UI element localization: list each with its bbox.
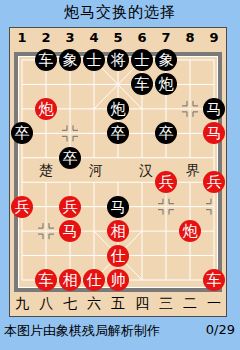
file-number-bottom-7: 三 (154, 295, 178, 313)
piece-black-soldier[interactable]: 卒 (59, 147, 81, 169)
footer-bar: 本图片由象棋残局解析制作 0/29 (0, 322, 240, 342)
file-number-top-1: 1 (10, 30, 34, 45)
river-char-1: 楚 (34, 162, 58, 180)
file-number-bottom-3: 七 (58, 295, 82, 313)
river-char-3: 汉 (134, 162, 158, 180)
file-number-bottom-1: 九 (10, 295, 34, 313)
piece-red-general[interactable]: 帅 (107, 269, 129, 291)
piece-black-elephant[interactable]: 象 (59, 49, 81, 71)
piece-red-soldier[interactable]: 兵 (11, 196, 33, 218)
file-number-top-3: 3 (58, 30, 82, 45)
file-number-top-9: 9 (202, 30, 226, 45)
piece-black-general[interactable]: 将 (107, 49, 129, 71)
page-title: 炮马交换的选择 (0, 3, 240, 22)
file-number-bottom-8: 二 (178, 295, 202, 313)
file-number-top-6: 6 (130, 30, 154, 45)
file-number-top-2: 2 (34, 30, 58, 45)
page-counter: 0/29 (206, 322, 235, 337)
piece-black-elephant[interactable]: 象 (155, 49, 177, 71)
piece-black-horse[interactable]: 马 (203, 98, 225, 120)
file-number-bottom-6: 四 (130, 295, 154, 313)
file-number-top-4: 4 (82, 30, 106, 45)
file-number-top-7: 7 (154, 30, 178, 45)
piece-black-cannon[interactable]: 炮 (107, 98, 129, 120)
file-number-bottom-9: 一 (202, 295, 226, 313)
file-number-top-5: 5 (106, 30, 130, 45)
piece-red-horse[interactable]: 马 (59, 220, 81, 242)
file-number-bottom-5: 五 (106, 295, 130, 313)
piece-black-advisor[interactable]: 士 (131, 49, 153, 71)
piece-red-cannon[interactable]: 炮 (179, 220, 201, 242)
piece-red-elephant[interactable]: 相 (59, 269, 81, 291)
river-char-4: 界 (181, 162, 205, 180)
piece-red-advisor[interactable]: 仕 (83, 269, 105, 291)
file-number-bottom-4: 六 (82, 295, 106, 313)
piece-red-soldier[interactable]: 兵 (59, 196, 81, 218)
piece-black-chariot[interactable]: 车 (35, 49, 57, 71)
piece-black-horse[interactable]: 马 (107, 196, 129, 218)
piece-red-cannon[interactable]: 炮 (35, 98, 57, 120)
piece-red-chariot[interactable]: 车 (35, 269, 57, 291)
file-number-bottom-2: 八 (34, 295, 58, 313)
piece-red-chariot[interactable]: 车 (203, 269, 225, 291)
credit-text: 本图片由象棋残局解析制作 (4, 322, 160, 340)
piece-black-advisor[interactable]: 士 (83, 49, 105, 71)
river-char-2: 河 (84, 162, 108, 180)
piece-red-advisor[interactable]: 仕 (107, 245, 129, 267)
piece-red-elephant[interactable]: 相 (107, 220, 129, 242)
file-number-top-8: 8 (178, 30, 202, 45)
